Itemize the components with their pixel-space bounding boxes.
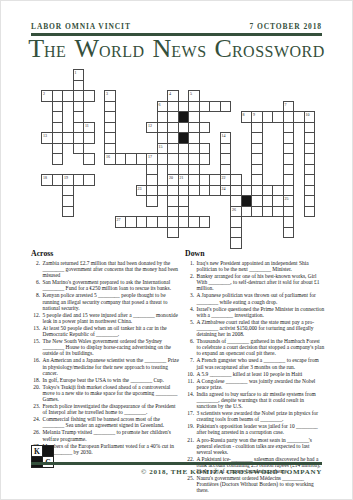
grid-cell[interactable] — [304, 206, 316, 218]
clue-item: 1.Iraq's new President appointed an inde… — [185, 260, 325, 272]
cell-number: 2 — [43, 91, 45, 96]
clue-item: 5.A Zimbabwe court ruled that the state … — [185, 319, 325, 337]
crossword-grid: 1234567891011121314151617181920212223242… — [41, 69, 315, 249]
issue-date: 7 OCTOBER 2018 — [250, 22, 322, 31]
cell-number: 16 — [106, 154, 110, 159]
clue-item: 18.In golf, Europe beat the USA to win t… — [31, 377, 179, 383]
cell-number: 20 — [169, 175, 173, 180]
clue-item: 12.5 people died and 15 were injured aft… — [31, 312, 179, 324]
grid-cell[interactable] — [230, 237, 242, 249]
clue-item: 6.Thousands of ________ gathered in the … — [185, 338, 325, 356]
across-clues: Across 2.Zambia returned £2.7 million th… — [31, 249, 179, 456]
cell-number: 15 — [159, 144, 163, 149]
clue-item: 21.A pro-Russia party won the most seats… — [185, 437, 325, 455]
grid-cell[interactable] — [62, 206, 74, 218]
komiza-logo: KC — [31, 445, 55, 469]
title-word: THE — [28, 36, 66, 65]
cell-number: 6 — [159, 102, 161, 107]
grid-cell[interactable] — [199, 153, 211, 165]
grid-cell[interactable] — [83, 90, 95, 102]
clue-item: 26.Melania Trump visited ________ to pro… — [31, 429, 179, 441]
cell-number: 9 — [253, 112, 255, 117]
motto: LABOR OMNIA VINCIT — [31, 22, 131, 31]
crossword-page: { "game": "crossword", "position": "...O… — [0, 0, 353, 500]
cell-number: 10 — [306, 112, 310, 117]
grid-cell[interactable] — [199, 122, 211, 134]
down-clues: Down 1.Iraq's new President appointed an… — [185, 249, 325, 494]
cell-number: 25 — [285, 196, 289, 201]
cell-number: 26 — [232, 207, 236, 212]
clue-item: 2.Banksy arranged for one of his best-kn… — [185, 273, 325, 291]
cell-number: 3 — [106, 91, 108, 96]
copyright: © 2018, THE KOMIŽA CROSSWORD COMPANY — [141, 468, 322, 476]
title-word: WORLD — [74, 36, 144, 65]
clue-item: 8.Kenyan police arrested 5 ________ peop… — [31, 292, 179, 310]
title-word: CROSSWORD — [215, 36, 325, 65]
page-title: THEWORLDNEWSCROSSWORD — [1, 36, 352, 65]
cell-number: 22 — [222, 175, 226, 180]
grid-cell[interactable] — [283, 227, 295, 239]
cell-number: 23 — [138, 186, 142, 191]
clue-item: 15.The New South Wales government ordere… — [31, 338, 179, 356]
title-word: NEWS — [153, 36, 207, 65]
cell-number: 18 — [43, 175, 47, 180]
cell-number: 8 — [243, 112, 245, 117]
cell-number: 12 — [148, 123, 152, 128]
grid-cell[interactable] — [220, 101, 232, 113]
grid-cell[interactable] — [83, 132, 95, 144]
clue-item: 24.Commercial fishing will be banned acr… — [31, 416, 179, 428]
cell-number: 1 — [75, 70, 77, 75]
clue-item: 3.A Japanese politician was thrown out o… — [185, 292, 325, 304]
cell-number: 11 — [85, 123, 89, 128]
cell-number: 4 — [169, 91, 171, 96]
cell-number: 5 — [190, 91, 192, 96]
clue-item: 16.An American and a Japanese scientist … — [31, 357, 179, 375]
cell-number: 21 — [180, 175, 184, 180]
grid-cell[interactable] — [199, 216, 211, 228]
masthead: LABOR OMNIA VINCIT 7 OCTOBER 2018 — [31, 22, 322, 31]
clue-item: 10.A 5.9 ________ killed at least 10 peo… — [185, 371, 325, 377]
clue-item: 2.Zambia returned £2.7 million that had … — [31, 260, 179, 278]
clue-item: 7.A French gangster who used a ________ … — [185, 357, 325, 369]
grid-cell[interactable] — [52, 153, 64, 165]
cell-number: 24 — [222, 186, 226, 191]
clue-item: 17.3 scientists were awarded the Nobel p… — [185, 410, 325, 422]
clue-item: 13.At least 50 people died when an oil t… — [31, 325, 179, 337]
clue-item: 23.French police investigated the disapp… — [31, 403, 179, 415]
cell-number: 7 — [285, 102, 287, 107]
clue-item: 20.Tokyo's Tsukiji fish market closed ah… — [31, 384, 179, 402]
grid-cell[interactable] — [167, 227, 179, 239]
grid-cell[interactable] — [146, 195, 158, 207]
cell-number: 27 — [117, 217, 121, 222]
across-heading: Across — [31, 249, 179, 258]
clue-item: 25.Nauru's government ordered Médecins _… — [185, 475, 325, 493]
clue-item: 4.Israel's police questioned the Prime M… — [185, 306, 325, 318]
footer-rule — [31, 462, 322, 465]
down-heading: Down — [185, 249, 325, 258]
cell-number: 13 — [43, 133, 47, 138]
clue-item: 14.India agreed to buy surface to air mi… — [185, 391, 325, 409]
clue-item: 19.Pakistan's opposition leader was jail… — [185, 423, 325, 435]
cell-number: 17 — [148, 154, 152, 159]
grid-cell[interactable] — [83, 174, 95, 186]
cell-number: 14 — [222, 133, 226, 138]
clue-item: 11.A Congolese ________ was jointly awar… — [185, 378, 325, 390]
clue-item: 6.San Marino's government prepared to as… — [31, 279, 179, 291]
grid-cell[interactable] — [83, 153, 95, 165]
cell-number: 19 — [64, 175, 68, 180]
